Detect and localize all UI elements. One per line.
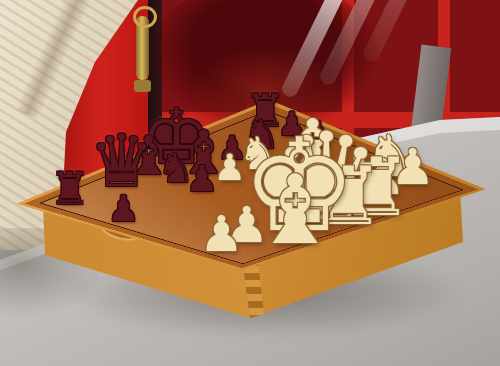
piece-red-pawn-d6[interactable]: ♟ — [186, 160, 218, 196]
piece-white-pawn-a2[interactable]: ♟ — [199, 210, 243, 260]
pieces-layer: ♜♛♝♚♜♞♝♟♞♟♟♟♟♟♞♝♞♟♟♚♛♟♟♝♜♜ — [0, 0, 500, 366]
piece-red-rook-a8[interactable]: ♜ — [50, 167, 90, 212]
chess-photo-scene: ♜♛♝♚♜♞♝♟♞♟♟♟♟♟♞♝♞♟♟♚♛♟♟♝♜♜ — [0, 0, 500, 366]
piece-red-pawn-a6[interactable]: ♟ — [107, 190, 139, 226]
